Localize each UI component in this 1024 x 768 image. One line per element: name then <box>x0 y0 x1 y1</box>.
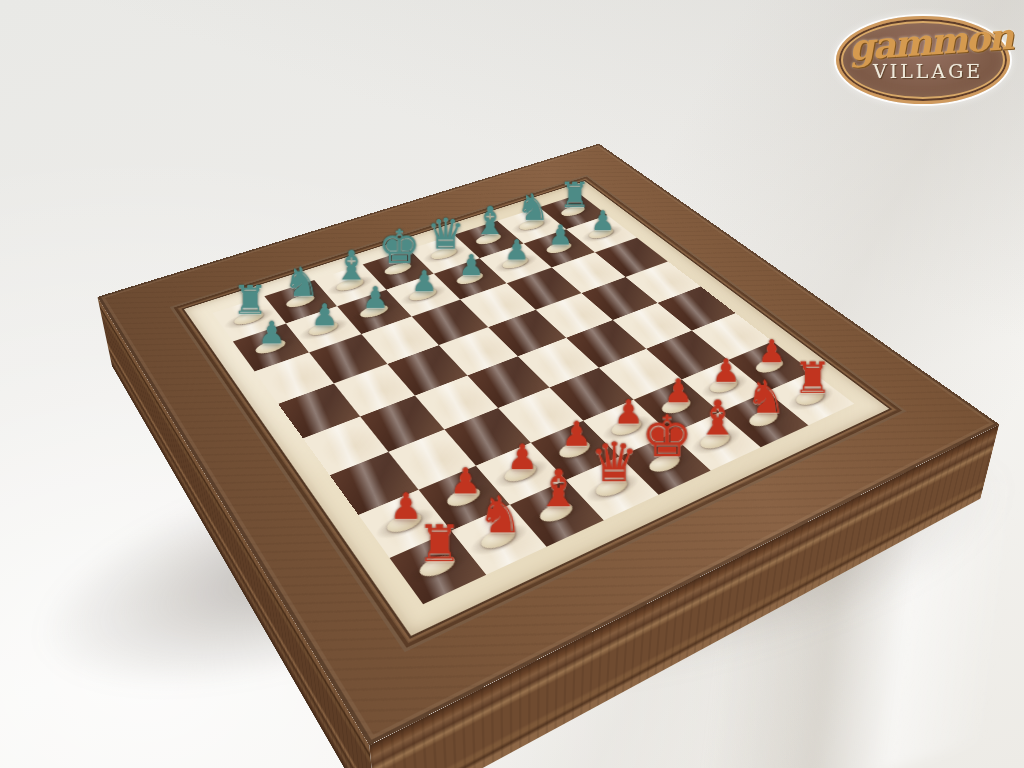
chess-case: ♜♞♝♚♛♝♞♜♟♟♟♟♟♟♟♟♟♟♟♟♟♟♟♟♜♞♝♛♚♝♞♜ <box>112 206 980 768</box>
chess-board: ♜♞♝♚♛♝♞♜♟♟♟♟♟♟♟♟♟♟♟♟♟♟♟♟♜♞♝♛♚♝♞♜ <box>212 194 854 604</box>
square-a6 <box>255 353 334 404</box>
gammon-village-logo: gammon VILLAGE <box>836 16 1010 104</box>
square-g5 <box>581 277 657 320</box>
logo-caps-text: VILLAGE <box>873 60 1003 82</box>
scene: ♜♞♝♚♛♝♞♜♟♟♟♟♟♟♟♟♟♟♟♟♟♟♟♟♜♞♝♛♚♝♞♜ <box>0 0 1024 768</box>
red-rook-icon: ♜ <box>396 518 483 569</box>
square-a1: ♜ <box>390 531 487 605</box>
blue-pawn-icon: ♟ <box>237 318 307 349</box>
square-a7: ♟ <box>233 324 309 372</box>
